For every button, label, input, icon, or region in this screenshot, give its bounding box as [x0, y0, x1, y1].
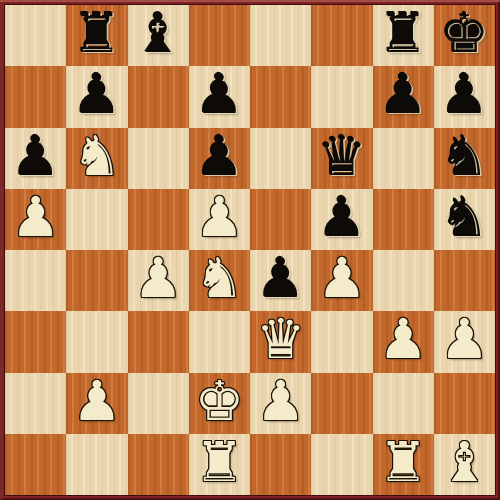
square-e5[interactable] — [250, 189, 311, 250]
square-b3[interactable] — [66, 311, 127, 372]
piece-white-rook[interactable]: ♜ — [378, 434, 427, 493]
square-g5[interactable] — [373, 189, 434, 250]
square-e3[interactable]: ♛ — [250, 311, 311, 372]
square-a2[interactable] — [5, 373, 66, 434]
piece-black-knight[interactable]: ♞ — [440, 189, 489, 248]
square-h6[interactable]: ♞ — [434, 128, 495, 189]
piece-white-pawn[interactable]: ♟ — [378, 311, 427, 370]
square-f4[interactable]: ♟ — [311, 250, 372, 311]
piece-white-rook[interactable]: ♜ — [195, 434, 244, 493]
square-h1[interactable]: ♝ — [434, 434, 495, 495]
square-b5[interactable] — [66, 189, 127, 250]
square-f5[interactable]: ♟ — [311, 189, 372, 250]
square-g3[interactable]: ♟ — [373, 311, 434, 372]
square-b1[interactable] — [66, 434, 127, 495]
square-c5[interactable] — [128, 189, 189, 250]
square-b2[interactable]: ♟ — [66, 373, 127, 434]
square-d3[interactable] — [189, 311, 250, 372]
square-c6[interactable] — [128, 128, 189, 189]
square-c4[interactable]: ♟ — [128, 250, 189, 311]
square-g1[interactable]: ♜ — [373, 434, 434, 495]
piece-white-bishop[interactable]: ♝ — [440, 434, 489, 493]
chess-board-frame: ♜♝♜♚♟♟♟♟♟♞♟♛♞♟♟♟♞♟♞♟♟♛♟♟♟♚♟♜♜♝ — [0, 0, 500, 500]
square-c1[interactable] — [128, 434, 189, 495]
square-b6[interactable]: ♞ — [66, 128, 127, 189]
piece-black-bishop[interactable]: ♝ — [133, 5, 182, 64]
square-e6[interactable] — [250, 128, 311, 189]
piece-white-pawn[interactable]: ♟ — [72, 373, 121, 432]
piece-white-pawn[interactable]: ♟ — [317, 250, 366, 309]
square-d5[interactable]: ♟ — [189, 189, 250, 250]
square-h4[interactable] — [434, 250, 495, 311]
piece-black-pawn[interactable]: ♟ — [195, 66, 244, 125]
square-a5[interactable]: ♟ — [5, 189, 66, 250]
square-f7[interactable] — [311, 66, 372, 127]
square-e8[interactable] — [250, 5, 311, 66]
piece-black-queen[interactable]: ♛ — [317, 128, 366, 187]
square-d2[interactable]: ♚ — [189, 373, 250, 434]
square-g6[interactable] — [373, 128, 434, 189]
square-g2[interactable] — [373, 373, 434, 434]
piece-white-knight[interactable]: ♞ — [72, 128, 121, 187]
square-f1[interactable] — [311, 434, 372, 495]
piece-black-rook[interactable]: ♜ — [378, 5, 427, 64]
square-e7[interactable] — [250, 66, 311, 127]
square-h2[interactable] — [434, 373, 495, 434]
piece-white-knight[interactable]: ♞ — [195, 250, 244, 309]
chess-board: ♜♝♜♚♟♟♟♟♟♞♟♛♞♟♟♟♞♟♞♟♟♛♟♟♟♚♟♜♜♝ — [5, 5, 495, 495]
piece-black-rook[interactable]: ♜ — [72, 5, 121, 64]
piece-white-king[interactable]: ♚ — [195, 373, 244, 432]
square-a3[interactable] — [5, 311, 66, 372]
piece-black-pawn[interactable]: ♟ — [72, 66, 121, 125]
square-e4[interactable]: ♟ — [250, 250, 311, 311]
square-b4[interactable] — [66, 250, 127, 311]
square-f6[interactable]: ♛ — [311, 128, 372, 189]
square-a8[interactable] — [5, 5, 66, 66]
square-g7[interactable]: ♟ — [373, 66, 434, 127]
piece-white-pawn[interactable]: ♟ — [11, 189, 60, 248]
square-a6[interactable]: ♟ — [5, 128, 66, 189]
square-c8[interactable]: ♝ — [128, 5, 189, 66]
square-g8[interactable]: ♜ — [373, 5, 434, 66]
square-g4[interactable] — [373, 250, 434, 311]
square-d7[interactable]: ♟ — [189, 66, 250, 127]
piece-black-pawn[interactable]: ♟ — [440, 66, 489, 125]
square-e1[interactable] — [250, 434, 311, 495]
piece-black-king[interactable]: ♚ — [440, 5, 489, 64]
square-f8[interactable] — [311, 5, 372, 66]
piece-black-pawn[interactable]: ♟ — [378, 66, 427, 125]
square-d8[interactable] — [189, 5, 250, 66]
square-h7[interactable]: ♟ — [434, 66, 495, 127]
piece-white-queen[interactable]: ♛ — [256, 311, 305, 370]
piece-black-pawn[interactable]: ♟ — [256, 250, 305, 309]
piece-white-pawn[interactable]: ♟ — [256, 373, 305, 432]
square-h5[interactable]: ♞ — [434, 189, 495, 250]
square-f3[interactable] — [311, 311, 372, 372]
square-a4[interactable] — [5, 250, 66, 311]
square-b8[interactable]: ♜ — [66, 5, 127, 66]
square-c2[interactable] — [128, 373, 189, 434]
square-b7[interactable]: ♟ — [66, 66, 127, 127]
piece-black-knight[interactable]: ♞ — [440, 128, 489, 187]
square-d4[interactable]: ♞ — [189, 250, 250, 311]
square-c3[interactable] — [128, 311, 189, 372]
square-d6[interactable]: ♟ — [189, 128, 250, 189]
square-h8[interactable]: ♚ — [434, 5, 495, 66]
piece-white-pawn[interactable]: ♟ — [195, 189, 244, 248]
piece-black-pawn[interactable]: ♟ — [195, 128, 244, 187]
square-f2[interactable] — [311, 373, 372, 434]
square-a1[interactable] — [5, 434, 66, 495]
piece-black-pawn[interactable]: ♟ — [317, 189, 366, 248]
square-a7[interactable] — [5, 66, 66, 127]
square-c7[interactable] — [128, 66, 189, 127]
square-d1[interactable]: ♜ — [189, 434, 250, 495]
piece-white-pawn[interactable]: ♟ — [440, 311, 489, 370]
piece-white-pawn[interactable]: ♟ — [133, 250, 182, 309]
square-h3[interactable]: ♟ — [434, 311, 495, 372]
square-e2[interactable]: ♟ — [250, 373, 311, 434]
piece-black-pawn[interactable]: ♟ — [11, 128, 60, 187]
